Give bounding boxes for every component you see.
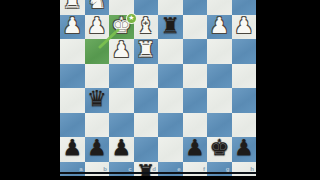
video-frame: ♜♞♟♟♚♝♜♟♟♟♜♛♟♟♟♟♚♟♜ ★ abcdefgh — [0, 0, 320, 180]
right-letterbox — [256, 0, 320, 180]
square-h4[interactable] — [232, 88, 257, 113]
square-g3[interactable] — [207, 113, 232, 138]
white-rook[interactable]: ♜ — [134, 38, 159, 63]
square-e2[interactable] — [158, 137, 183, 162]
square-d5[interactable] — [134, 64, 159, 89]
square-g7[interactable]: ♟ — [207, 15, 232, 40]
square-f3[interactable] — [183, 113, 208, 138]
square-a5[interactable] — [60, 64, 85, 89]
chess-board[interactable]: ♜♞♟♟♚♝♜♟♟♟♜♛♟♟♟♟♚♟♜ — [60, 0, 256, 180]
black-king[interactable]: ♚ — [207, 136, 232, 161]
square-b5[interactable] — [85, 64, 110, 89]
square-h6[interactable] — [232, 39, 257, 64]
square-h2[interactable]: ♟ — [232, 137, 257, 162]
square-d2[interactable] — [134, 137, 159, 162]
square-g2[interactable]: ♚ — [207, 137, 232, 162]
square-h3[interactable] — [232, 113, 257, 138]
square-d4[interactable] — [134, 88, 159, 113]
star-icon: ★ — [128, 14, 134, 23]
square-c2[interactable]: ♟ — [109, 137, 134, 162]
square-d6[interactable]: ♜ — [134, 39, 159, 64]
square-d3[interactable] — [134, 113, 159, 138]
square-a7[interactable]: ♟ — [60, 15, 85, 40]
square-c6[interactable]: ♟ — [109, 39, 134, 64]
square-e7[interactable]: ♜ — [158, 15, 183, 40]
square-e3[interactable] — [158, 113, 183, 138]
white-pawn[interactable]: ♟ — [207, 13, 232, 38]
square-c5[interactable] — [109, 64, 134, 89]
square-f7[interactable] — [183, 15, 208, 40]
square-b4[interactable]: ♛ — [85, 88, 110, 113]
white-pawn[interactable]: ♟ — [60, 13, 85, 38]
white-pawn[interactable]: ♟ — [232, 13, 257, 38]
square-b7[interactable]: ♟ — [85, 15, 110, 40]
left-letterbox — [0, 0, 60, 180]
black-rook[interactable]: ♜ — [158, 13, 183, 38]
white-pawn[interactable]: ♟ — [109, 38, 134, 63]
square-e6[interactable] — [158, 39, 183, 64]
square-f4[interactable] — [183, 88, 208, 113]
square-b6[interactable] — [85, 39, 110, 64]
white-bishop[interactable]: ♝ — [134, 13, 159, 38]
best-move-badge: ★ — [126, 13, 137, 24]
square-e5[interactable] — [158, 64, 183, 89]
square-e4[interactable] — [158, 88, 183, 113]
square-b2[interactable]: ♟ — [85, 137, 110, 162]
square-c3[interactable] — [109, 113, 134, 138]
black-pawn[interactable]: ♟ — [60, 136, 85, 161]
black-pawn[interactable]: ♟ — [232, 136, 257, 161]
square-a2[interactable]: ♟ — [60, 137, 85, 162]
square-f2[interactable]: ♟ — [183, 137, 208, 162]
square-h7[interactable]: ♟ — [232, 15, 257, 40]
square-g5[interactable] — [207, 64, 232, 89]
square-c4[interactable] — [109, 88, 134, 113]
black-pawn[interactable]: ♟ — [183, 136, 208, 161]
square-a4[interactable] — [60, 88, 85, 113]
square-f6[interactable] — [183, 39, 208, 64]
square-f8[interactable] — [183, 0, 208, 15]
square-g6[interactable] — [207, 39, 232, 64]
square-a6[interactable] — [60, 39, 85, 64]
square-a3[interactable] — [60, 113, 85, 138]
square-h5[interactable] — [232, 64, 257, 89]
square-b3[interactable] — [85, 113, 110, 138]
square-f5[interactable] — [183, 64, 208, 89]
divider-line — [60, 172, 256, 174]
black-pawn[interactable]: ♟ — [85, 136, 110, 161]
white-pawn[interactable]: ♟ — [85, 13, 110, 38]
black-pawn[interactable]: ♟ — [109, 136, 134, 161]
black-queen[interactable]: ♛ — [85, 87, 110, 112]
square-g4[interactable] — [207, 88, 232, 113]
square-d7[interactable]: ♝ — [134, 15, 159, 40]
